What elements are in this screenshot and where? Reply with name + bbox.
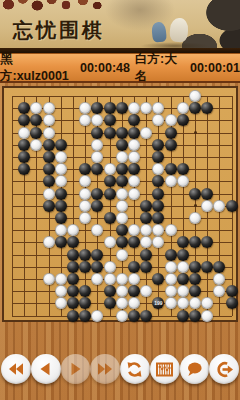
- white-stone: [165, 285, 177, 297]
- white-stone: [43, 127, 55, 139]
- title-banner: 忘忧围棋: [0, 0, 240, 50]
- white-stone: [104, 236, 116, 248]
- white-stone: [116, 200, 128, 212]
- black-player-label: 黑方:xulz0001: [0, 51, 75, 85]
- white-stone: [116, 249, 128, 261]
- white-stone: [213, 273, 225, 285]
- black-stone: [55, 188, 67, 200]
- black-stone: [91, 102, 103, 114]
- white-stone: [55, 297, 67, 309]
- black-stone: [79, 163, 91, 175]
- black-stone: [152, 151, 164, 163]
- white-stone: [140, 224, 152, 236]
- exit-button[interactable]: [209, 354, 239, 384]
- white-stone: [43, 102, 55, 114]
- logout-arrow-icon: [215, 360, 234, 379]
- white-player-label: 白方:大名: [135, 51, 185, 85]
- black-stone: [43, 139, 55, 151]
- black-stone: [79, 297, 91, 309]
- white-stone: [79, 188, 91, 200]
- black-stone: [189, 261, 201, 273]
- white-stone: [91, 139, 103, 151]
- black-stone: [189, 273, 201, 285]
- white-stone: [43, 236, 55, 248]
- black-stone: [104, 212, 116, 224]
- black-stone: [104, 175, 116, 187]
- white-stone: [43, 188, 55, 200]
- black-stone: [43, 200, 55, 212]
- white-stone: [152, 163, 164, 175]
- white-stone: [152, 236, 164, 248]
- rewind-to-start-button[interactable]: [1, 354, 31, 384]
- white-stone: [201, 310, 213, 322]
- white-stone: [140, 102, 152, 114]
- black-stone: [140, 249, 152, 261]
- white-stone: [177, 285, 189, 297]
- white-stone: [79, 212, 91, 224]
- white-stone: [104, 163, 116, 175]
- black-stone: [116, 163, 128, 175]
- white-stone: [189, 212, 201, 224]
- black-stone: [189, 102, 201, 114]
- black-stone: [116, 224, 128, 236]
- hoshi-point: [194, 131, 197, 134]
- white-stone: [79, 114, 91, 126]
- black-stone: [226, 285, 238, 297]
- left-arrow-icon: [37, 360, 55, 378]
- black-stone: [79, 249, 91, 261]
- black-stone: [177, 114, 189, 126]
- black-stone: [226, 200, 238, 212]
- black-stone: [79, 285, 91, 297]
- black-stone: [104, 127, 116, 139]
- black-stone: [91, 261, 103, 273]
- step-back-button[interactable]: [31, 354, 61, 384]
- black-stone: [79, 310, 91, 322]
- white-stone: [104, 273, 116, 285]
- black-stone: [67, 297, 79, 309]
- black-stone: [67, 236, 79, 248]
- white-stone: [55, 163, 67, 175]
- white-stone: [79, 200, 91, 212]
- black-stone: [213, 261, 225, 273]
- black-stone: [201, 102, 213, 114]
- black-stone: [18, 139, 30, 151]
- black-stone: [116, 127, 128, 139]
- black-stone: [55, 212, 67, 224]
- white-stone: [79, 175, 91, 187]
- white-stone: [43, 273, 55, 285]
- white-stone: [116, 188, 128, 200]
- game-board-button[interactable]: [150, 354, 180, 384]
- black-stone: [30, 127, 42, 139]
- black-stone: [91, 163, 103, 175]
- sync-arrows-icon: [125, 360, 144, 379]
- white-stone: [128, 151, 140, 163]
- black-stone: [67, 249, 79, 261]
- status-bar: 黑方:xulz0001 00:00:48 白方:大名 00:00:01: [0, 53, 240, 83]
- white-stone: [189, 90, 201, 102]
- black-stone: [189, 310, 201, 322]
- white-stone: [128, 224, 140, 236]
- black-stone: [140, 212, 152, 224]
- black-stone: [104, 114, 116, 126]
- white-stone: [55, 175, 67, 187]
- white-stone: [116, 212, 128, 224]
- black-stone: [201, 188, 213, 200]
- black-stone: [55, 236, 67, 248]
- black-stone: [128, 310, 140, 322]
- black-stone: [104, 188, 116, 200]
- black-stone: [91, 249, 103, 261]
- white-stone: [128, 139, 140, 151]
- white-stone: [116, 151, 128, 163]
- white-stone: [55, 151, 67, 163]
- black-stone: [152, 200, 164, 212]
- white-stone: [116, 273, 128, 285]
- black-stone: [18, 163, 30, 175]
- black-stone: [104, 297, 116, 309]
- app-title: 忘忧围棋: [13, 17, 105, 44]
- white-stone: [116, 285, 128, 297]
- black-stone: [152, 175, 164, 187]
- black-stone: [43, 151, 55, 163]
- white-stone: [128, 102, 140, 114]
- black-stone: [18, 151, 30, 163]
- black-stone: [152, 273, 164, 285]
- white-stone: [201, 200, 213, 212]
- black-stone: [43, 163, 55, 175]
- white-stone: [55, 224, 67, 236]
- black-stone: [104, 102, 116, 114]
- white-stone: [30, 139, 42, 151]
- black-stone: [91, 127, 103, 139]
- black-stone: [165, 163, 177, 175]
- white-stone: [152, 102, 164, 114]
- black-stone: [128, 127, 140, 139]
- banner-leaves: [0, 0, 114, 18]
- black-stone: [177, 163, 189, 175]
- black-time: 00:00:48: [80, 61, 130, 75]
- white-stone: [189, 297, 201, 309]
- double-left-arrow-icon: [7, 360, 25, 378]
- black-stone: [55, 139, 67, 151]
- black-stone: [226, 297, 238, 309]
- black-stone: [165, 139, 177, 151]
- white-stone: [104, 261, 116, 273]
- white-stone: [128, 188, 140, 200]
- white-stone: [67, 224, 79, 236]
- black-stone: [189, 285, 201, 297]
- white-stone: [128, 273, 140, 285]
- white-stone: [55, 273, 67, 285]
- black-stone: [165, 127, 177, 139]
- black-stone: [104, 285, 116, 297]
- black-stone: [79, 261, 91, 273]
- black-stone: [128, 236, 140, 248]
- black-stone: [43, 175, 55, 187]
- black-stone: [116, 102, 128, 114]
- toolbar: [0, 352, 240, 386]
- black-stone: [140, 310, 152, 322]
- white-stone: [79, 102, 91, 114]
- black-stone: [91, 188, 103, 200]
- fast-forward-button[interactable]: [90, 354, 120, 384]
- black-stone: [67, 310, 79, 322]
- white-stone: [177, 175, 189, 187]
- black-stone: [152, 212, 164, 224]
- white-stone: [128, 297, 140, 309]
- white-stone: [91, 114, 103, 126]
- black-stone: [128, 114, 140, 126]
- black-stone: [152, 139, 164, 151]
- black-stone: [18, 114, 30, 126]
- white-stone: [165, 175, 177, 187]
- white-stone: [128, 175, 140, 187]
- black-stone: [177, 310, 189, 322]
- white-stone: [165, 224, 177, 236]
- white-stone: [140, 127, 152, 139]
- black-stone: [177, 273, 189, 285]
- white-stone: [30, 102, 42, 114]
- black-stone: [177, 249, 189, 261]
- black-stone: [189, 236, 201, 248]
- go-board[interactable]: 199: [2, 86, 238, 322]
- hoshi-point: [194, 204, 197, 207]
- black-stone: [67, 261, 79, 273]
- white-stone: [177, 102, 189, 114]
- white-stone: [165, 261, 177, 273]
- black-stone: [201, 261, 213, 273]
- black-stone: [67, 273, 79, 285]
- black-stone: 199: [152, 297, 164, 309]
- banner-figure-white: [169, 17, 189, 42]
- black-stone: [18, 102, 30, 114]
- white-stone: [165, 297, 177, 309]
- black-stone: [165, 249, 177, 261]
- black-stone: [201, 236, 213, 248]
- chat-button[interactable]: [180, 354, 210, 384]
- black-stone: [140, 261, 152, 273]
- white-stone: [91, 310, 103, 322]
- refresh-button[interactable]: [120, 354, 150, 384]
- black-stone: [67, 285, 79, 297]
- white-stone: [91, 224, 103, 236]
- white-stone: [152, 114, 164, 126]
- black-stone: [116, 139, 128, 151]
- white-stone: [213, 200, 225, 212]
- white-stone: [18, 127, 30, 139]
- abacus-icon: [155, 360, 174, 379]
- white-stone: [140, 285, 152, 297]
- last-move-number: 199: [154, 301, 162, 306]
- double-right-arrow-icon: [96, 360, 114, 378]
- white-stone: [177, 261, 189, 273]
- black-stone: [91, 200, 103, 212]
- black-stone: [177, 236, 189, 248]
- black-stone: [152, 188, 164, 200]
- white-stone: [152, 224, 164, 236]
- white-stone: [177, 297, 189, 309]
- white-stone: [91, 151, 103, 163]
- black-stone: [116, 236, 128, 248]
- white-stone: [213, 285, 225, 297]
- white-stone: [140, 236, 152, 248]
- white-stone: [165, 273, 177, 285]
- white-time: 00:00:01: [190, 61, 240, 75]
- black-stone: [128, 261, 140, 273]
- black-stone: [189, 188, 201, 200]
- black-stone: [30, 114, 42, 126]
- black-stone: [128, 285, 140, 297]
- speech-bubble-icon: [185, 360, 204, 379]
- white-stone: [55, 285, 67, 297]
- right-arrow-icon: [66, 360, 84, 378]
- black-stone: [116, 175, 128, 187]
- step-forward-button[interactable]: [61, 354, 91, 384]
- white-stone: [165, 114, 177, 126]
- white-stone: [201, 297, 213, 309]
- white-stone: [91, 273, 103, 285]
- white-stone: [116, 310, 128, 322]
- black-stone: [55, 200, 67, 212]
- black-stone: [140, 200, 152, 212]
- white-stone: [116, 297, 128, 309]
- white-stone: [43, 114, 55, 126]
- black-stone: [128, 163, 140, 175]
